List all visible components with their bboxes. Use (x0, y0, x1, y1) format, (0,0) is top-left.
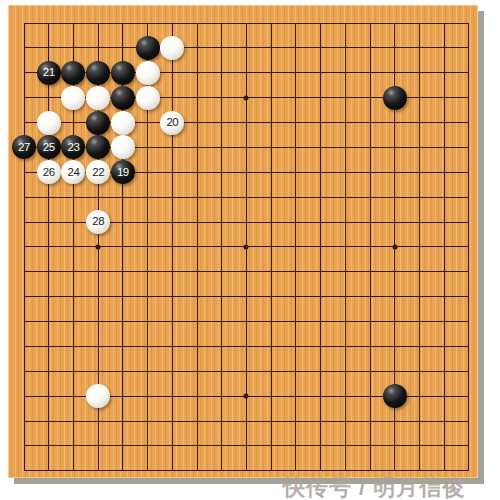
grid-line-horizontal (24, 470, 469, 471)
white-stone-move-24[interactable]: 24 (61, 160, 85, 184)
stone-number: 28 (92, 216, 104, 228)
grid-line-horizontal (24, 421, 469, 422)
grid-line-horizontal (24, 445, 469, 446)
black-stone[interactable] (86, 111, 110, 135)
stone-number: 25 (43, 142, 55, 154)
star-point (392, 244, 397, 249)
black-stone[interactable] (111, 86, 135, 110)
white-stone[interactable] (86, 86, 110, 110)
grid-line-vertical (468, 23, 469, 471)
grid-line-horizontal (24, 296, 469, 297)
star-point (244, 95, 249, 100)
white-stone-move-26[interactable]: 26 (37, 160, 61, 184)
grid-line-vertical (345, 23, 346, 471)
grid-line-horizontal (24, 346, 469, 347)
stone-number: 23 (68, 142, 80, 154)
grid-line-horizontal (24, 371, 469, 372)
black-stone-move-25[interactable]: 25 (37, 135, 61, 159)
white-stone[interactable] (86, 384, 110, 408)
star-point (96, 244, 101, 249)
watermark: 快传号 / 明月信俊 (283, 473, 465, 500)
grid-line-vertical (320, 23, 321, 471)
black-stone-move-21[interactable]: 21 (37, 61, 61, 85)
stone-number: 24 (68, 167, 80, 179)
grid-line-vertical (370, 23, 371, 471)
white-stone[interactable] (160, 36, 184, 60)
grid-line-vertical (419, 23, 420, 471)
stone-number: 20 (166, 117, 178, 129)
grid-line-vertical (271, 23, 272, 471)
stone-number: 27 (18, 142, 30, 154)
black-stone-move-27[interactable]: 27 (12, 135, 36, 159)
black-stone-move-23[interactable]: 23 (61, 135, 85, 159)
page: { "game": "go", "board": { "size": 19, "… (0, 0, 500, 500)
white-stone[interactable] (37, 111, 61, 135)
stone-number: 21 (43, 67, 55, 79)
black-stone[interactable] (383, 86, 407, 110)
star-point (244, 244, 249, 249)
white-stone-move-28[interactable]: 28 (86, 210, 110, 234)
black-stone[interactable] (86, 61, 110, 85)
grid-layer: 21202725232624221928 (8, 5, 478, 478)
stone-number: 22 (92, 167, 104, 179)
white-stone[interactable] (61, 86, 85, 110)
white-stone[interactable] (136, 61, 160, 85)
grid-line-horizontal (24, 271, 469, 272)
go-board[interactable]: 21202725232624221928 (8, 5, 478, 478)
white-stone-move-22[interactable]: 22 (86, 160, 110, 184)
white-stone[interactable] (136, 86, 160, 110)
black-stone[interactable] (61, 61, 85, 85)
black-stone-move-19[interactable]: 19 (111, 160, 135, 184)
stone-number: 26 (43, 167, 55, 179)
grid-line-horizontal (24, 321, 469, 322)
grid-line-vertical (295, 23, 296, 471)
white-stone[interactable] (111, 111, 135, 135)
grid-line-vertical (444, 23, 445, 471)
black-stone[interactable] (111, 61, 135, 85)
white-stone[interactable] (111, 135, 135, 159)
black-stone[interactable] (136, 36, 160, 60)
star-point (244, 394, 249, 399)
white-stone-move-20[interactable]: 20 (160, 111, 184, 135)
black-stone[interactable] (86, 135, 110, 159)
black-stone[interactable] (383, 384, 407, 408)
stone-number: 19 (117, 167, 129, 179)
